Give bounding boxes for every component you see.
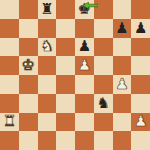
square-c7[interactable] [38,19,57,38]
white-pawn[interactable]: ♟ [134,114,147,129]
square-d6[interactable] [56,38,75,57]
square-f3[interactable]: ♞ [94,94,113,113]
square-g7[interactable]: ♟ [113,19,132,38]
square-c4[interactable] [38,75,57,94]
black-pawn[interactable]: ♟ [115,20,128,35]
square-h1[interactable] [131,131,150,150]
square-e8[interactable]: ♚ [75,0,94,19]
square-f6[interactable] [94,38,113,57]
square-a4[interactable] [0,75,19,94]
square-g5[interactable] [113,56,132,75]
square-a2[interactable]: ♜ [0,113,19,132]
square-f7[interactable] [94,19,113,38]
square-h8[interactable] [131,0,150,19]
square-h7[interactable]: ♟ [131,19,150,38]
square-b7[interactable] [19,19,38,38]
black-king[interactable]: ♚ [78,1,91,16]
square-b1[interactable] [19,131,38,150]
square-d1[interactable] [56,131,75,150]
square-c1[interactable] [38,131,57,150]
square-e6[interactable]: ♟ [75,38,94,57]
square-g3[interactable] [113,94,132,113]
square-b3[interactable] [19,94,38,113]
square-e7[interactable] [75,19,94,38]
square-f8[interactable] [94,0,113,19]
chess-board-container: ♜♚♟♟♞♟♚♟♟♞♜♟ [0,0,150,150]
square-h5[interactable] [131,56,150,75]
square-b2[interactable] [19,113,38,132]
square-e3[interactable] [75,94,94,113]
square-d7[interactable] [56,19,75,38]
white-knight[interactable]: ♞ [40,39,53,54]
black-pawn[interactable]: ♟ [78,39,91,54]
square-e5[interactable]: ♟ [75,56,94,75]
square-d4[interactable] [56,75,75,94]
square-g2[interactable] [113,113,132,132]
square-b5[interactable]: ♚ [19,56,38,75]
square-f4[interactable] [94,75,113,94]
square-g1[interactable] [113,131,132,150]
square-a7[interactable] [0,19,19,38]
square-b4[interactable] [19,75,38,94]
square-d8[interactable] [56,0,75,19]
square-b6[interactable] [19,38,38,57]
square-d3[interactable] [56,94,75,113]
square-d2[interactable] [56,113,75,132]
square-c8[interactable]: ♜ [38,0,57,19]
square-c3[interactable] [38,94,57,113]
white-pawn[interactable]: ♟ [115,76,128,91]
black-pawn[interactable]: ♟ [134,20,147,35]
square-f1[interactable] [94,131,113,150]
square-e1[interactable] [75,131,94,150]
square-c5[interactable] [38,56,57,75]
square-c6[interactable]: ♞ [38,38,57,57]
square-b8[interactable] [19,0,38,19]
chess-board: ♜♚♟♟♞♟♚♟♟♞♜♟ [0,0,150,150]
square-h3[interactable] [131,94,150,113]
square-a1[interactable] [0,131,19,150]
white-pawn[interactable]: ♟ [78,58,91,73]
square-f2[interactable] [94,113,113,132]
square-g6[interactable] [113,38,132,57]
black-rook[interactable]: ♜ [40,1,53,16]
square-c2[interactable] [38,113,57,132]
square-h6[interactable] [131,38,150,57]
square-a5[interactable] [0,56,19,75]
square-g4[interactable]: ♟ [113,75,132,94]
square-e4[interactable] [75,75,94,94]
square-h4[interactable] [131,75,150,94]
square-h2[interactable]: ♟ [131,113,150,132]
square-f5[interactable] [94,56,113,75]
square-a8[interactable] [0,0,19,19]
white-king[interactable]: ♚ [21,58,34,73]
square-g8[interactable] [113,0,132,19]
black-knight[interactable]: ♞ [96,95,109,110]
square-e2[interactable] [75,113,94,132]
white-rook[interactable]: ♜ [3,114,16,129]
square-a3[interactable] [0,94,19,113]
square-d5[interactable] [56,56,75,75]
square-a6[interactable] [0,38,19,57]
